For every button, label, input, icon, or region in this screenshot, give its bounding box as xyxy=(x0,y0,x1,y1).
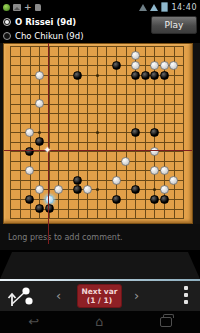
black-player-label: O Rissei (9d) xyxy=(15,17,76,27)
stone-b xyxy=(131,71,140,80)
signal-icon xyxy=(150,4,158,11)
player-panel: O Rissei (9d) Cho Chikun (9d) Play xyxy=(0,14,200,43)
crosshair-horizontal-line xyxy=(4,150,192,151)
wifi-icon xyxy=(139,4,147,11)
stone-w xyxy=(35,99,44,108)
star-point xyxy=(38,131,41,134)
stone-w xyxy=(169,176,178,185)
home-icon[interactable]: ⌂ xyxy=(95,315,103,329)
last-move-stone xyxy=(45,195,54,204)
stone-b xyxy=(73,176,82,185)
white-player-radio[interactable] xyxy=(3,32,11,40)
previous-move-button[interactable]: ‹ xyxy=(56,288,61,304)
crosshair-vertical-line xyxy=(48,43,49,244)
stone-w xyxy=(150,61,159,70)
status-icons: 14:40 xyxy=(139,2,197,12)
grid-line-vertical xyxy=(183,46,184,219)
recents-icon[interactable] xyxy=(160,317,172,327)
grid-line-vertical xyxy=(174,46,175,219)
stone-b xyxy=(150,128,159,137)
clock: 14:40 xyxy=(171,3,197,12)
sdcard-icon xyxy=(35,4,41,11)
stone-b xyxy=(112,61,121,70)
stone-w xyxy=(35,71,44,80)
white-player-row[interactable]: Cho Chikun (9d) xyxy=(3,29,83,42)
grid-line-horizontal xyxy=(10,161,184,162)
grid-line-vertical xyxy=(126,46,127,219)
grid-line-vertical xyxy=(106,46,107,219)
lower-background xyxy=(0,250,200,279)
stone-b xyxy=(160,71,169,80)
next-var-button[interactable]: Next var (1 / 1) xyxy=(77,284,122,308)
stone-w xyxy=(25,166,34,175)
playback-toolbar: ‹ Next var (1 / 1) › xyxy=(0,281,200,311)
grid-line-horizontal xyxy=(10,180,184,181)
back-icon[interactable]: ↩ xyxy=(28,315,39,329)
comment-bar[interactable]: Long press to add comment. xyxy=(0,224,200,250)
black-player-radio[interactable] xyxy=(3,18,11,26)
grid-line-vertical xyxy=(116,46,117,219)
star-point xyxy=(96,74,99,77)
battery-icon xyxy=(161,2,168,12)
play-button[interactable]: Play xyxy=(151,16,197,34)
variation-tree-icon[interactable] xyxy=(5,284,35,308)
stone-b xyxy=(112,195,121,204)
stone-w xyxy=(131,61,140,70)
stone-b xyxy=(160,195,169,204)
stone-b xyxy=(73,71,82,80)
stone-w xyxy=(83,185,92,194)
white-player-label: Cho Chikun (9d) xyxy=(15,31,83,41)
grid-line-horizontal xyxy=(10,218,184,219)
black-player-row[interactable]: O Rissei (9d) xyxy=(3,15,76,28)
status-bar: + 14:40 xyxy=(0,0,200,14)
android-nav-bar: ↩ ⌂ xyxy=(0,311,200,333)
stone-b xyxy=(25,195,34,204)
stone-b xyxy=(25,147,34,156)
next-move-marker: ✦ xyxy=(44,146,52,155)
stone-b xyxy=(73,185,82,194)
stone-w xyxy=(112,176,121,185)
stone-b xyxy=(45,204,54,213)
stone-w xyxy=(150,147,159,156)
comment-hint-text: Long press to add comment. xyxy=(8,233,123,242)
stone-b xyxy=(131,128,140,137)
stone-w xyxy=(35,185,44,194)
stone-b xyxy=(35,137,44,146)
stone-b xyxy=(35,204,44,213)
next-move-button[interactable]: › xyxy=(134,288,139,304)
stone-b xyxy=(131,185,140,194)
stone-b xyxy=(141,71,150,80)
notification-icons: + xyxy=(3,4,41,11)
stone-w xyxy=(131,51,140,60)
stone-b xyxy=(150,71,159,80)
star-point xyxy=(96,131,99,134)
stone-w xyxy=(121,157,130,166)
go-board[interactable] xyxy=(3,43,193,224)
overflow-menu-icon[interactable] xyxy=(184,286,188,304)
app-notification-icon xyxy=(3,4,10,11)
stone-b xyxy=(150,195,159,204)
stone-w xyxy=(160,166,169,175)
app-screen: + 14:40 O Rissei (9d) Cho Chikun (9d) Pl… xyxy=(0,0,200,333)
stone-w xyxy=(54,185,63,194)
gallery-icon xyxy=(13,4,21,11)
stone-w xyxy=(25,128,34,137)
stone-w xyxy=(169,61,178,70)
stone-w xyxy=(160,185,169,194)
stone-w xyxy=(150,166,159,175)
plus-icon: + xyxy=(24,4,32,11)
stone-w xyxy=(160,61,169,70)
